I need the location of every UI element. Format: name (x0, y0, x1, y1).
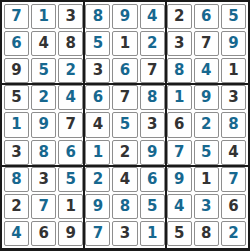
cell-r2c3[interactable]: 8 (58, 31, 83, 56)
cell-r6c2[interactable]: 8 (31, 140, 56, 165)
cell-r1c8[interactable]: 6 (194, 4, 219, 29)
cell-r6c3[interactable]: 6 (58, 140, 83, 165)
cell-r5c7[interactable]: 6 (167, 112, 192, 137)
cell-r7c5[interactable]: 4 (112, 167, 137, 192)
cell-r7c1[interactable]: 8 (4, 167, 29, 192)
cell-r1c1[interactable]: 7 (4, 4, 29, 29)
cell-r2c4[interactable]: 5 (85, 31, 110, 56)
cell-r2c2[interactable]: 4 (31, 31, 56, 56)
cell-r5c8[interactable]: 2 (194, 112, 219, 137)
cell-r2c8[interactable]: 7 (194, 31, 219, 56)
cell-r6c5[interactable]: 2 (112, 140, 137, 165)
cell-r6c7[interactable]: 7 (167, 140, 192, 165)
sudoku-board: 7138942656485123799523678415246781931974… (0, 0, 250, 251)
cell-r7c9[interactable]: 7 (221, 167, 246, 192)
cell-r8c5[interactable]: 8 (112, 194, 137, 219)
cell-r4c2[interactable]: 2 (31, 85, 56, 110)
cell-r4c6[interactable]: 8 (140, 85, 165, 110)
cell-r4c5[interactable]: 7 (112, 85, 137, 110)
cell-r9c9[interactable]: 2 (221, 221, 246, 246)
cell-r8c6[interactable]: 5 (140, 194, 165, 219)
cell-r2c1[interactable]: 6 (4, 31, 29, 56)
cell-r8c1[interactable]: 2 (4, 194, 29, 219)
cell-r7c6[interactable]: 6 (140, 167, 165, 192)
cell-r2c9[interactable]: 9 (221, 31, 246, 56)
cell-r3c6[interactable]: 7 (140, 58, 165, 83)
cell-r3c3[interactable]: 2 (58, 58, 83, 83)
cell-r6c6[interactable]: 9 (140, 140, 165, 165)
cell-r9c5[interactable]: 3 (112, 221, 137, 246)
cell-r1c2[interactable]: 1 (31, 4, 56, 29)
cell-r8c4[interactable]: 9 (85, 194, 110, 219)
cell-r9c7[interactable]: 5 (167, 221, 192, 246)
cell-r8c7[interactable]: 4 (167, 194, 192, 219)
cell-r9c6[interactable]: 1 (140, 221, 165, 246)
cell-r3c7[interactable]: 8 (167, 58, 192, 83)
cell-r4c1[interactable]: 5 (4, 85, 29, 110)
cell-r1c7[interactable]: 2 (167, 4, 192, 29)
cell-r8c2[interactable]: 7 (31, 194, 56, 219)
cell-r9c8[interactable]: 8 (194, 221, 219, 246)
cell-r8c9[interactable]: 6 (221, 194, 246, 219)
cell-r3c1[interactable]: 9 (4, 58, 29, 83)
cell-r2c5[interactable]: 1 (112, 31, 137, 56)
cell-r3c8[interactable]: 4 (194, 58, 219, 83)
cell-r8c3[interactable]: 1 (58, 194, 83, 219)
cell-r7c7[interactable]: 9 (167, 167, 192, 192)
cell-r1c3[interactable]: 3 (58, 4, 83, 29)
cell-r1c4[interactable]: 8 (85, 4, 110, 29)
cell-r3c5[interactable]: 6 (112, 58, 137, 83)
cell-r4c9[interactable]: 3 (221, 85, 246, 110)
cell-r6c4[interactable]: 1 (85, 140, 110, 165)
cell-r6c1[interactable]: 3 (4, 140, 29, 165)
sudoku-grid: 7138942656485123799523678415246781931974… (2, 2, 248, 248)
cell-r2c7[interactable]: 3 (167, 31, 192, 56)
cell-r9c1[interactable]: 4 (4, 221, 29, 246)
cell-r4c4[interactable]: 6 (85, 85, 110, 110)
cell-r7c4[interactable]: 2 (85, 167, 110, 192)
cell-r5c6[interactable]: 3 (140, 112, 165, 137)
cell-r5c1[interactable]: 1 (4, 112, 29, 137)
cell-r5c3[interactable]: 7 (58, 112, 83, 137)
cell-r4c7[interactable]: 1 (167, 85, 192, 110)
cell-r5c9[interactable]: 8 (221, 112, 246, 137)
cell-r1c6[interactable]: 4 (140, 4, 165, 29)
cell-r7c2[interactable]: 3 (31, 167, 56, 192)
cell-r6c8[interactable]: 5 (194, 140, 219, 165)
cell-r1c9[interactable]: 5 (221, 4, 246, 29)
cell-r3c9[interactable]: 1 (221, 58, 246, 83)
cell-r2c6[interactable]: 2 (140, 31, 165, 56)
cell-r9c3[interactable]: 9 (58, 221, 83, 246)
cell-r5c2[interactable]: 9 (31, 112, 56, 137)
cell-r3c2[interactable]: 5 (31, 58, 56, 83)
cell-r1c5[interactable]: 9 (112, 4, 137, 29)
cell-r7c3[interactable]: 5 (58, 167, 83, 192)
cell-r3c4[interactable]: 3 (85, 58, 110, 83)
cell-r7c8[interactable]: 1 (194, 167, 219, 192)
cell-r8c8[interactable]: 3 (194, 194, 219, 219)
cell-r5c5[interactable]: 5 (112, 112, 137, 137)
cell-r5c4[interactable]: 4 (85, 112, 110, 137)
cell-r6c9[interactable]: 4 (221, 140, 246, 165)
cell-r4c8[interactable]: 9 (194, 85, 219, 110)
cell-r9c2[interactable]: 6 (31, 221, 56, 246)
cell-r4c3[interactable]: 4 (58, 85, 83, 110)
cell-r9c4[interactable]: 7 (85, 221, 110, 246)
